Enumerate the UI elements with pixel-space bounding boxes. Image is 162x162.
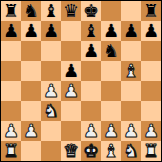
square-f6[interactable]: ♞ bbox=[101, 41, 121, 61]
square-e4[interactable] bbox=[81, 81, 101, 101]
square-c4[interactable]: ♟ bbox=[41, 81, 61, 101]
square-e3[interactable] bbox=[81, 101, 101, 121]
piece-white-pawn: ♟ bbox=[143, 121, 159, 141]
square-d7[interactable] bbox=[61, 21, 81, 41]
square-f2[interactable]: ♟ bbox=[101, 121, 121, 141]
square-h8[interactable]: ♜ bbox=[141, 1, 161, 21]
piece-black-rook: ♜ bbox=[143, 1, 159, 21]
square-b5[interactable] bbox=[21, 61, 41, 81]
piece-white-knight: ♞ bbox=[123, 141, 139, 161]
piece-white-king: ♚ bbox=[83, 141, 99, 161]
square-h1[interactable]: ♜ bbox=[141, 141, 161, 161]
square-g8[interactable] bbox=[121, 1, 141, 21]
square-g5[interactable]: ♝ bbox=[121, 61, 141, 81]
square-g3[interactable] bbox=[121, 101, 141, 121]
square-d6[interactable] bbox=[61, 41, 81, 61]
chess-board-frame: ♜♞♝♛♚♜♟♟♟♝♟♟♟♟♞♟♝♟♟♞♟♟♟♟♟♟♜♛♚♝♞♜ bbox=[0, 0, 162, 162]
square-f4[interactable] bbox=[101, 81, 121, 101]
square-a6[interactable] bbox=[1, 41, 21, 61]
chess-board: ♜♞♝♛♚♜♟♟♟♝♟♟♟♟♞♟♝♟♟♞♟♟♟♟♟♟♜♛♚♝♞♜ bbox=[1, 1, 161, 161]
square-c3[interactable]: ♞ bbox=[41, 101, 61, 121]
square-a1[interactable]: ♜ bbox=[1, 141, 21, 161]
square-c6[interactable] bbox=[41, 41, 61, 61]
square-a8[interactable]: ♜ bbox=[1, 1, 21, 21]
piece-white-rook: ♜ bbox=[3, 141, 19, 161]
square-e1[interactable]: ♚ bbox=[81, 141, 101, 161]
square-f3[interactable] bbox=[101, 101, 121, 121]
piece-white-pawn: ♟ bbox=[103, 121, 119, 141]
square-g6[interactable] bbox=[121, 41, 141, 61]
piece-black-knight: ♞ bbox=[103, 41, 119, 61]
square-a5[interactable] bbox=[1, 61, 21, 81]
square-a3[interactable] bbox=[1, 101, 21, 121]
piece-white-pawn: ♟ bbox=[83, 121, 99, 141]
piece-white-pawn: ♟ bbox=[63, 81, 79, 101]
piece-black-pawn: ♟ bbox=[123, 21, 139, 41]
piece-white-pawn: ♟ bbox=[3, 121, 19, 141]
square-g4[interactable] bbox=[121, 81, 141, 101]
square-g1[interactable]: ♞ bbox=[121, 141, 141, 161]
square-h2[interactable]: ♟ bbox=[141, 121, 161, 141]
piece-white-rook: ♜ bbox=[143, 141, 159, 161]
square-f8[interactable] bbox=[101, 1, 121, 21]
piece-black-bishop: ♝ bbox=[43, 1, 59, 21]
piece-white-bishop: ♝ bbox=[123, 61, 139, 81]
square-b7[interactable]: ♟ bbox=[21, 21, 41, 41]
square-d2[interactable] bbox=[61, 121, 81, 141]
square-d3[interactable] bbox=[61, 101, 81, 121]
piece-black-pawn: ♟ bbox=[103, 21, 119, 41]
square-h4[interactable] bbox=[141, 81, 161, 101]
piece-white-pawn: ♟ bbox=[123, 121, 139, 141]
piece-black-pawn: ♟ bbox=[3, 21, 19, 41]
square-d1[interactable]: ♛ bbox=[61, 141, 81, 161]
piece-black-king: ♚ bbox=[83, 1, 99, 21]
square-c5[interactable] bbox=[41, 61, 61, 81]
square-b2[interactable]: ♟ bbox=[21, 121, 41, 141]
square-h3[interactable] bbox=[141, 101, 161, 121]
square-f5[interactable] bbox=[101, 61, 121, 81]
square-e8[interactable]: ♚ bbox=[81, 1, 101, 21]
piece-white-bishop: ♝ bbox=[103, 141, 119, 161]
square-h5[interactable] bbox=[141, 61, 161, 81]
square-c8[interactable]: ♝ bbox=[41, 1, 61, 21]
square-c2[interactable] bbox=[41, 121, 61, 141]
piece-white-knight: ♞ bbox=[43, 101, 59, 121]
piece-black-queen: ♛ bbox=[63, 1, 79, 21]
square-e5[interactable] bbox=[81, 61, 101, 81]
square-f7[interactable]: ♟ bbox=[101, 21, 121, 41]
square-b4[interactable] bbox=[21, 81, 41, 101]
square-e2[interactable]: ♟ bbox=[81, 121, 101, 141]
square-b8[interactable]: ♞ bbox=[21, 1, 41, 21]
square-g2[interactable]: ♟ bbox=[121, 121, 141, 141]
square-a7[interactable]: ♟ bbox=[1, 21, 21, 41]
square-d4[interactable]: ♟ bbox=[61, 81, 81, 101]
square-a4[interactable] bbox=[1, 81, 21, 101]
piece-white-pawn: ♟ bbox=[43, 81, 59, 101]
square-f1[interactable]: ♝ bbox=[101, 141, 121, 161]
square-d5[interactable]: ♟ bbox=[61, 61, 81, 81]
square-b1[interactable] bbox=[21, 141, 41, 161]
square-c7[interactable]: ♟ bbox=[41, 21, 61, 41]
piece-black-pawn: ♟ bbox=[63, 61, 79, 81]
piece-black-pawn: ♟ bbox=[83, 41, 99, 61]
square-g7[interactable]: ♟ bbox=[121, 21, 141, 41]
piece-black-knight: ♞ bbox=[23, 1, 39, 21]
square-h6[interactable] bbox=[141, 41, 161, 61]
piece-black-pawn: ♟ bbox=[143, 21, 159, 41]
piece-white-pawn: ♟ bbox=[23, 121, 39, 141]
square-a2[interactable]: ♟ bbox=[1, 121, 21, 141]
piece-black-bishop: ♝ bbox=[83, 21, 99, 41]
piece-black-rook: ♜ bbox=[3, 1, 19, 21]
piece-black-pawn: ♟ bbox=[43, 21, 59, 41]
square-e7[interactable]: ♝ bbox=[81, 21, 101, 41]
square-d8[interactable]: ♛ bbox=[61, 1, 81, 21]
piece-black-pawn: ♟ bbox=[23, 21, 39, 41]
square-e6[interactable]: ♟ bbox=[81, 41, 101, 61]
square-c1[interactable] bbox=[41, 141, 61, 161]
piece-white-queen: ♛ bbox=[63, 141, 79, 161]
square-b3[interactable] bbox=[21, 101, 41, 121]
square-b6[interactable] bbox=[21, 41, 41, 61]
square-h7[interactable]: ♟ bbox=[141, 21, 161, 41]
